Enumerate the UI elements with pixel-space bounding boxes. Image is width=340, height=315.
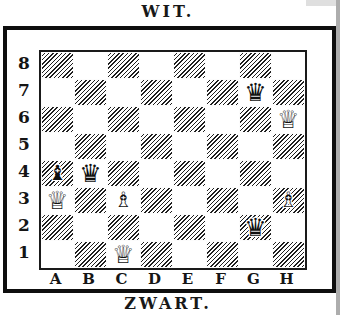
rank-labels: 87654321: [9, 50, 39, 266]
square-f2[interactable]: [206, 214, 239, 241]
square-f1[interactable]: [206, 241, 239, 268]
square-d5[interactable]: [140, 133, 173, 160]
square-d1[interactable]: [140, 241, 173, 268]
file-label-f: F: [215, 272, 226, 287]
file-label-d: D: [148, 272, 161, 287]
rank-label-3: 3: [18, 190, 30, 207]
white-queen-c1[interactable]: ♕: [107, 241, 140, 268]
rank-label-5: 5: [18, 136, 30, 153]
file-label-a: A: [50, 272, 62, 287]
file-label-h: H: [279, 272, 293, 287]
square-g7[interactable]: ♛: [239, 79, 272, 106]
square-e6[interactable]: [173, 106, 206, 133]
square-e4[interactable]: [173, 160, 206, 187]
square-b6[interactable]: [74, 106, 107, 133]
square-f3[interactable]: [206, 187, 239, 214]
square-f4[interactable]: [206, 160, 239, 187]
file-label-b: B: [82, 272, 95, 287]
square-b3[interactable]: [74, 187, 107, 214]
white-queen-a3[interactable]: ♕: [41, 187, 74, 214]
square-f5[interactable]: [206, 133, 239, 160]
scan-page-edge: [336, 0, 340, 315]
square-f6[interactable]: [206, 106, 239, 133]
square-c6[interactable]: [107, 106, 140, 133]
square-d2[interactable]: [140, 214, 173, 241]
square-c7[interactable]: [107, 79, 140, 106]
square-c4[interactable]: [107, 160, 140, 187]
square-b4[interactable]: ♛: [74, 160, 107, 187]
square-g4[interactable]: [239, 160, 272, 187]
square-c1[interactable]: ♕: [107, 241, 140, 268]
square-a1[interactable]: [41, 241, 74, 268]
square-a6[interactable]: [41, 106, 74, 133]
rank-label-8: 8: [18, 55, 30, 72]
square-f8[interactable]: [206, 52, 239, 79]
square-g3[interactable]: [239, 187, 272, 214]
rank-label-6: 6: [18, 109, 30, 126]
black-side-label: ZWART.: [0, 294, 336, 313]
square-e5[interactable]: [173, 133, 206, 160]
square-a5[interactable]: [41, 133, 74, 160]
square-h3[interactable]: ♗: [272, 187, 305, 214]
black-queen-b4[interactable]: ♛: [74, 160, 107, 187]
square-g6[interactable]: [239, 106, 272, 133]
square-g1[interactable]: [239, 241, 272, 268]
square-g5[interactable]: [239, 133, 272, 160]
scanned-chess-diagram-page: WIT. 87654321 ♛♕♝♛♕♗♗♛♕ ABCDEFGH ZWART.: [0, 0, 340, 315]
file-label-g: G: [247, 272, 260, 287]
square-e7[interactable]: [173, 79, 206, 106]
file-label-e: E: [182, 272, 193, 287]
square-h8[interactable]: [272, 52, 305, 79]
square-h2[interactable]: [272, 214, 305, 241]
square-d4[interactable]: [140, 160, 173, 187]
file-labels: ABCDEFGH: [39, 266, 303, 290]
square-h1[interactable]: [272, 241, 305, 268]
square-h6[interactable]: ♕: [272, 106, 305, 133]
square-b5[interactable]: [74, 133, 107, 160]
square-c2[interactable]: [107, 214, 140, 241]
square-e1[interactable]: [173, 241, 206, 268]
square-d7[interactable]: [140, 79, 173, 106]
file-label-c: C: [116, 272, 128, 287]
square-a3[interactable]: ♕: [41, 187, 74, 214]
square-h4[interactable]: [272, 160, 305, 187]
white-queen-h6[interactable]: ♕: [272, 106, 305, 133]
rank-label-4: 4: [18, 163, 30, 180]
square-b1[interactable]: [74, 241, 107, 268]
square-c5[interactable]: [107, 133, 140, 160]
square-e8[interactable]: [173, 52, 206, 79]
square-g8[interactable]: [239, 52, 272, 79]
square-e2[interactable]: [173, 214, 206, 241]
square-a2[interactable]: [41, 214, 74, 241]
black-queen-g7[interactable]: ♛: [239, 79, 272, 106]
white-bishop-c3[interactable]: ♗: [107, 187, 140, 214]
diagram-frame: 87654321 ♛♕♝♛♕♗♗♛♕ ABCDEFGH: [3, 26, 336, 293]
corner-spacer: [9, 266, 39, 290]
chess-board: ♛♕♝♛♕♗♗♛♕: [39, 50, 307, 270]
rank-label-7: 7: [18, 82, 30, 99]
black-bishop-a4[interactable]: ♝: [41, 160, 74, 187]
scan-smudge: [306, 0, 336, 6]
square-d6[interactable]: [140, 106, 173, 133]
square-e3[interactable]: [173, 187, 206, 214]
square-c8[interactable]: [107, 52, 140, 79]
square-a8[interactable]: [41, 52, 74, 79]
white-bishop-h3[interactable]: ♗: [272, 187, 305, 214]
square-b8[interactable]: [74, 52, 107, 79]
square-d8[interactable]: [140, 52, 173, 79]
black-queen-g2[interactable]: ♛: [239, 214, 272, 241]
rank-label-2: 2: [18, 217, 30, 234]
square-d3[interactable]: [140, 187, 173, 214]
chess-diagram: 87654321 ♛♕♝♛♕♗♗♛♕ ABCDEFGH: [9, 50, 303, 290]
square-g2[interactable]: ♛: [239, 214, 272, 241]
square-a4[interactable]: ♝: [41, 160, 74, 187]
square-b2[interactable]: [74, 214, 107, 241]
square-b7[interactable]: [74, 79, 107, 106]
square-h5[interactable]: [272, 133, 305, 160]
square-a7[interactable]: [41, 79, 74, 106]
square-c3[interactable]: ♗: [107, 187, 140, 214]
rank-label-1: 1: [18, 244, 30, 261]
square-h7[interactable]: [272, 79, 305, 106]
white-side-label: WIT.: [0, 2, 336, 21]
square-f7[interactable]: [206, 79, 239, 106]
